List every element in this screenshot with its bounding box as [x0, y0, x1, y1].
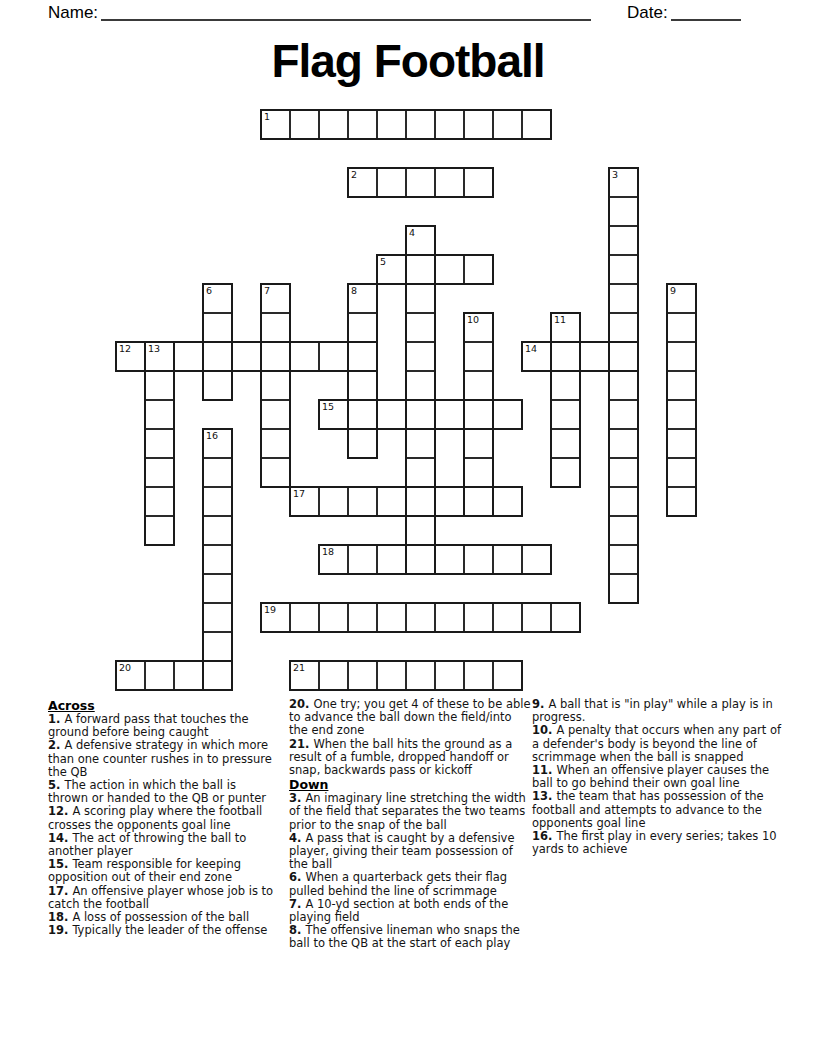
- grid-cell-r15c11[interactable]: [435, 545, 464, 574]
- grid-cell-r0c11[interactable]: [435, 110, 464, 139]
- grid-cell-r7c8[interactable]: [348, 313, 377, 342]
- grid-cell-r9c19[interactable]: [667, 371, 696, 400]
- cell-number-3: 3: [612, 169, 618, 180]
- clue-down-10: 10. A penalty that occurs when any part …: [532, 724, 785, 764]
- grid-cell-r19c0[interactable]: 20: [116, 661, 145, 690]
- grid-cell-r6c17[interactable]: [609, 284, 638, 313]
- cell-number-14: 14: [525, 343, 537, 354]
- clue-number-label: 15.: [48, 857, 72, 871]
- grid-cell-r2c11[interactable]: [435, 168, 464, 197]
- date-blank-line[interactable]: [671, 19, 741, 21]
- cell-number-8: 8: [351, 285, 357, 296]
- grid-cell-r14c3[interactable]: [203, 516, 232, 545]
- grid-cell-r16c17[interactable]: [609, 574, 638, 603]
- clue-number-label: 5.: [48, 778, 64, 792]
- clue-across-2: 2. A defensive strategy in which more th…: [48, 739, 278, 779]
- grid-cell-r8c17[interactable]: [609, 342, 638, 371]
- clue-across-17: 17. An offensive player whose job is to …: [48, 885, 278, 911]
- cell-number-4: 4: [409, 227, 415, 238]
- grid-cell-r10c17[interactable]: [609, 400, 638, 429]
- clue-down-7: 7. A 10-yd section at both ends of the p…: [289, 898, 532, 924]
- grid-cell-r15c17[interactable]: [609, 545, 638, 574]
- grid-cell-r8c2[interactable]: [174, 342, 203, 371]
- cell-number-5: 5: [380, 256, 386, 267]
- grid-cell-r0c5[interactable]: 1: [261, 110, 290, 139]
- grid-cell-r11c3[interactable]: 16: [203, 429, 232, 458]
- grid-cell-r9c17[interactable]: [609, 371, 638, 400]
- clue-number-label: 12.: [48, 804, 72, 818]
- grid-cell-r8c4[interactable]: [232, 342, 261, 371]
- grid-cell-r5c11[interactable]: [435, 255, 464, 284]
- clue-across-20: 20. One try; you get 4 of these to be ab…: [289, 698, 532, 738]
- grid-cell-r7c17[interactable]: [609, 313, 638, 342]
- grid-cell-r15c10[interactable]: [406, 545, 435, 574]
- grid-cell-r13c3[interactable]: [203, 487, 232, 516]
- clue-across-19: 19. Typically the leader of the offense: [48, 924, 278, 937]
- grid-cell-r8c16[interactable]: [580, 342, 609, 371]
- grid-cell-r13c10[interactable]: [406, 487, 435, 516]
- grid-cell-r19c7[interactable]: [319, 661, 348, 690]
- grid-cell-r11c15[interactable]: [551, 429, 580, 458]
- grid-cell-r13c13[interactable]: [493, 487, 522, 516]
- grid-cell-r12c1[interactable]: [145, 458, 174, 487]
- grid-cell-r5c10[interactable]: [406, 255, 435, 284]
- cell-number-20: 20: [119, 662, 131, 673]
- grid-cell-r10c10[interactable]: [406, 400, 435, 429]
- grid-cell-r18c3[interactable]: [203, 632, 232, 661]
- cell-number-21: 21: [293, 662, 305, 673]
- clue-number-label: 6.: [289, 870, 305, 884]
- cell-number-11: 11: [554, 314, 566, 325]
- grid-cell-r19c9[interactable]: [377, 661, 406, 690]
- cell-number-10: 10: [467, 314, 479, 325]
- grid-cell-r15c14[interactable]: [522, 545, 551, 574]
- clue-number-label: 9.: [532, 697, 548, 711]
- grid-cell-r9c8[interactable]: [348, 371, 377, 400]
- grid-cell-r8c0[interactable]: 12: [116, 342, 145, 371]
- clue-number-label: 1.: [48, 712, 64, 726]
- grid-cell-r17c12[interactable]: [464, 603, 493, 632]
- grid-cell-r10c5[interactable]: [261, 400, 290, 429]
- grid-cell-r11c1[interactable]: [145, 429, 174, 458]
- grid-cell-r14c1[interactable]: [145, 516, 174, 545]
- grid-cell-r11c5[interactable]: [261, 429, 290, 458]
- grid-cell-r5c17[interactable]: [609, 255, 638, 284]
- grid-cell-r17c8[interactable]: [348, 603, 377, 632]
- grid-cell-r7c5[interactable]: [261, 313, 290, 342]
- grid-cell-r12c15[interactable]: [551, 458, 580, 487]
- clue-number-label: 14.: [48, 831, 72, 845]
- clue-across-12: 12. A scoring play where the football cr…: [48, 805, 278, 831]
- grid-cell-r3c17[interactable]: [609, 197, 638, 226]
- clue-down-3: 3. An imaginary line stretching the widt…: [289, 792, 532, 832]
- cell-number-17: 17: [293, 488, 305, 499]
- grid-cell-r10c9[interactable]: [377, 400, 406, 429]
- grid-cell-r7c15[interactable]: 11: [551, 313, 580, 342]
- grid-cell-r6c3[interactable]: 6: [203, 284, 232, 313]
- clue-across-5: 5. The action in which the ball is throw…: [48, 779, 278, 805]
- grid-cell-r8c6[interactable]: [290, 342, 319, 371]
- cell-number-1: 1: [264, 111, 270, 122]
- grid-cell-r13c19[interactable]: [667, 487, 696, 516]
- grid-cell-r13c9[interactable]: [377, 487, 406, 516]
- grid-cell-r10c8[interactable]: [348, 400, 377, 429]
- grid-cell-r0c6[interactable]: [290, 110, 319, 139]
- grid-cell-r15c9[interactable]: [377, 545, 406, 574]
- grid-cell-r6c10[interactable]: [406, 284, 435, 313]
- grid-cell-r7c12[interactable]: 10: [464, 313, 493, 342]
- grid-cell-r10c19[interactable]: [667, 400, 696, 429]
- grid-cell-r5c12[interactable]: [464, 255, 493, 284]
- grid-cell-r17c9[interactable]: [377, 603, 406, 632]
- clue-down-13: 13. the team that has possession of the …: [532, 790, 785, 830]
- grid-cell-r15c12[interactable]: [464, 545, 493, 574]
- grid-cell-r6c19[interactable]: 9: [667, 284, 696, 313]
- clue-number-label: 13.: [532, 789, 556, 803]
- cell-number-6: 6: [206, 285, 212, 296]
- clue-number-label: 16.: [532, 829, 556, 843]
- grid-cell-r17c5[interactable]: 19: [261, 603, 290, 632]
- clue-across-15: 15. Team responsible for keeping opposit…: [48, 858, 278, 884]
- grid-cell-r8c1[interactable]: 13: [145, 342, 174, 371]
- grid-cell-r7c10[interactable]: [406, 313, 435, 342]
- grid-cell-r8c10[interactable]: [406, 342, 435, 371]
- clues-column-1: Across1. A forward pass that touches the…: [48, 698, 278, 937]
- grid-cell-r17c11[interactable]: [435, 603, 464, 632]
- grid-cell-r8c5[interactable]: [261, 342, 290, 371]
- clue-number-label: 17.: [48, 884, 72, 898]
- grid-cell-r9c12[interactable]: [464, 371, 493, 400]
- grid-cell-r11c10[interactable]: [406, 429, 435, 458]
- grid-cell-r17c7[interactable]: [319, 603, 348, 632]
- grid-cell-r9c1[interactable]: [145, 371, 174, 400]
- grid-cell-r19c3[interactable]: [203, 661, 232, 690]
- grid-cell-r19c12[interactable]: [464, 661, 493, 690]
- clues-column-3: 9. A ball that is "in play" while a play…: [532, 698, 785, 856]
- clue-number-label: 4.: [289, 831, 305, 845]
- grid-cell-r5c9[interactable]: 5: [377, 255, 406, 284]
- grid-cell-r19c8[interactable]: [348, 661, 377, 690]
- grid-cell-r19c11[interactable]: [435, 661, 464, 690]
- grid-cell-r12c3[interactable]: [203, 458, 232, 487]
- grid-cell-r9c15[interactable]: [551, 371, 580, 400]
- grid-cell-r13c7[interactable]: [319, 487, 348, 516]
- grid-cell-r12c19[interactable]: [667, 458, 696, 487]
- grid-cell-r19c2[interactable]: [174, 661, 203, 690]
- grid-cell-r12c5[interactable]: [261, 458, 290, 487]
- grid-cell-r12c12[interactable]: [464, 458, 493, 487]
- grid-cell-r10c12[interactable]: [464, 400, 493, 429]
- clue-number-label: 11.: [532, 763, 556, 777]
- cell-number-15: 15: [322, 401, 334, 412]
- cell-number-16: 16: [206, 430, 218, 441]
- grid-cell-r13c1[interactable]: [145, 487, 174, 516]
- grid-cell-r15c7[interactable]: 18: [319, 545, 348, 574]
- cell-number-19: 19: [264, 604, 276, 615]
- grid-cell-r9c5[interactable]: [261, 371, 290, 400]
- grid-cell-r17c15[interactable]: [551, 603, 580, 632]
- grid-cell-r13c12[interactable]: [464, 487, 493, 516]
- grid-cell-r0c8[interactable]: [348, 110, 377, 139]
- clue-number-label: 20.: [289, 697, 313, 711]
- grid-cell-r13c6[interactable]: 17: [290, 487, 319, 516]
- cell-number-18: 18: [322, 546, 334, 557]
- clue-number-label: 18.: [48, 910, 72, 924]
- grid-cell-r2c8[interactable]: 2: [348, 168, 377, 197]
- clue-down-4: 4. A pass that is caught by a defensive …: [289, 832, 532, 872]
- grid-cell-r2c17[interactable]: 3: [609, 168, 638, 197]
- grid-cell-r2c9[interactable]: [377, 168, 406, 197]
- crossword-grid: 125121314151718192021346789101116: [116, 110, 697, 691]
- cell-number-7: 7: [264, 285, 270, 296]
- grid-cell-r7c19[interactable]: [667, 313, 696, 342]
- across-section-header: Across: [48, 698, 278, 713]
- grid-cell-r11c19[interactable]: [667, 429, 696, 458]
- clue-down-8: 8. The offensive lineman who snaps the b…: [289, 924, 532, 950]
- grid-cell-r10c15[interactable]: [551, 400, 580, 429]
- grid-cell-r17c3[interactable]: [203, 603, 232, 632]
- grid-cell-r13c8[interactable]: [348, 487, 377, 516]
- name-label: Name:: [48, 3, 98, 23]
- grid-cell-r9c3[interactable]: [203, 371, 232, 400]
- grid-cell-r6c5[interactable]: 7: [261, 284, 290, 313]
- worksheet-page: { "game": "crossword", "title": "Flag Fo…: [0, 0, 816, 1056]
- grid-cell-r7c3[interactable]: [203, 313, 232, 342]
- grid-cell-r4c17[interactable]: [609, 226, 638, 255]
- grid-cell-r8c19[interactable]: [667, 342, 696, 371]
- date-label: Date:: [627, 3, 668, 23]
- clue-down-11: 11. When an offensive player causes the …: [532, 764, 785, 790]
- grid-cell-r15c3[interactable]: [203, 545, 232, 574]
- cell-number-2: 2: [351, 169, 357, 180]
- grid-cell-r2c12[interactable]: [464, 168, 493, 197]
- clue-number-label: 10.: [532, 723, 556, 737]
- grid-cell-r10c13[interactable]: [493, 400, 522, 429]
- down-section-header: Down: [289, 777, 532, 792]
- grid-cell-r8c14[interactable]: 14: [522, 342, 551, 371]
- clue-down-16: 16. The first play in every series; take…: [532, 830, 785, 856]
- grid-cell-r11c17[interactable]: [609, 429, 638, 458]
- clue-number-label: 19.: [48, 923, 72, 937]
- clue-down-6: 6. When a quarterback gets their flag pu…: [289, 871, 532, 897]
- grid-cell-r19c1[interactable]: [145, 661, 174, 690]
- clue-number-label: 7.: [289, 897, 305, 911]
- grid-cell-r8c7[interactable]: [319, 342, 348, 371]
- cell-number-13: 13: [148, 343, 160, 354]
- grid-cell-r0c13[interactable]: [493, 110, 522, 139]
- grid-cell-r4c10[interactable]: 4: [406, 226, 435, 255]
- grid-cell-r8c12[interactable]: [464, 342, 493, 371]
- grid-cell-r16c3[interactable]: [203, 574, 232, 603]
- grid-cell-r10c11[interactable]: [435, 400, 464, 429]
- grid-cell-r17c6[interactable]: [290, 603, 319, 632]
- clue-down-9: 9. A ball that is "in play" while a play…: [532, 698, 785, 724]
- cell-number-9: 9: [670, 285, 676, 296]
- grid-cell-r19c13[interactable]: [493, 661, 522, 690]
- grid-cell-r0c9[interactable]: [377, 110, 406, 139]
- grid-cell-r9c10[interactable]: [406, 371, 435, 400]
- grid-cell-r19c10[interactable]: [406, 661, 435, 690]
- grid-cell-r8c3[interactable]: [203, 342, 232, 371]
- grid-cell-r13c17[interactable]: [609, 487, 638, 516]
- grid-cell-r11c8[interactable]: [348, 429, 377, 458]
- clues-column-2: 20. One try; you get 4 of these to be ab…: [289, 698, 532, 951]
- grid-cell-r15c13[interactable]: [493, 545, 522, 574]
- grid-cell-r8c15[interactable]: [551, 342, 580, 371]
- grid-cell-r12c10[interactable]: [406, 458, 435, 487]
- grid-cell-r2c10[interactable]: [406, 168, 435, 197]
- grid-cell-r13c11[interactable]: [435, 487, 464, 516]
- grid-cell-r10c7[interactable]: 15: [319, 400, 348, 429]
- grid-cell-r0c10[interactable]: [406, 110, 435, 139]
- grid-cell-r0c14[interactable]: [522, 110, 551, 139]
- grid-cell-r14c17[interactable]: [609, 516, 638, 545]
- grid-cell-r17c10[interactable]: [406, 603, 435, 632]
- clue-number-label: 8.: [289, 923, 305, 937]
- name-blank-line[interactable]: [101, 19, 591, 21]
- clue-across-21: 21. When the ball hits the ground as a r…: [289, 738, 532, 778]
- clue-number-label: 21.: [289, 737, 313, 751]
- grid-cell-r14c10[interactable]: [406, 516, 435, 545]
- clue-number-label: 2.: [48, 738, 64, 752]
- grid-cell-r12c17[interactable]: [609, 458, 638, 487]
- clue-across-14: 14. The act of throwing the ball to anot…: [48, 832, 278, 858]
- grid-cell-r0c7[interactable]: [319, 110, 348, 139]
- grid-cell-r19c6[interactable]: 21: [290, 661, 319, 690]
- grid-cell-r6c8[interactable]: 8: [348, 284, 377, 313]
- grid-cell-r17c14[interactable]: [522, 603, 551, 632]
- grid-cell-r11c12[interactable]: [464, 429, 493, 458]
- grid-cell-r10c1[interactable]: [145, 400, 174, 429]
- grid-cell-r15c8[interactable]: [348, 545, 377, 574]
- grid-cell-r8c8[interactable]: [348, 342, 377, 371]
- grid-cell-r0c12[interactable]: [464, 110, 493, 139]
- cell-number-12: 12: [119, 343, 131, 354]
- clue-number-label: 3.: [289, 791, 305, 805]
- clue-across-1: 1. A forward pass that touches the groun…: [48, 713, 278, 739]
- puzzle-title: Flag Football: [0, 34, 816, 88]
- grid-cell-r17c13[interactable]: [493, 603, 522, 632]
